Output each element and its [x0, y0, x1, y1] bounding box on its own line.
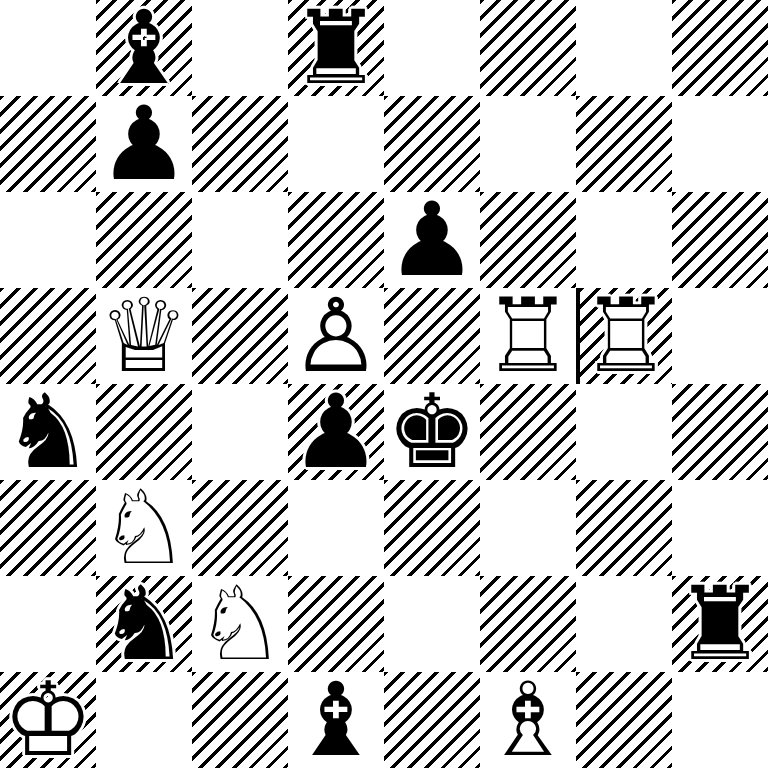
square-c1[interactable]: [192, 672, 288, 768]
square-h2[interactable]: ♜♜: [672, 576, 768, 672]
piece-black-rook[interactable]: ♜♜: [288, 0, 384, 96]
piece-black-rook[interactable]: ♜♜: [672, 576, 768, 672]
square-e8[interactable]: [384, 0, 480, 96]
square-b4[interactable]: [96, 384, 192, 480]
square-g6[interactable]: [576, 192, 672, 288]
square-b6[interactable]: [96, 192, 192, 288]
square-e5[interactable]: [384, 288, 480, 384]
square-b2[interactable]: ♞♞: [96, 576, 192, 672]
piece-black-knight[interactable]: ♞♞: [0, 384, 96, 480]
piece-glyph: ♜: [672, 576, 768, 672]
square-h8[interactable]: [672, 0, 768, 96]
square-f2[interactable]: [480, 576, 576, 672]
square-h7[interactable]: [672, 96, 768, 192]
square-a1[interactable]: ♚♔: [0, 672, 96, 768]
piece-white-knight[interactable]: ♞♘: [192, 576, 288, 672]
piece-glyph: ♝: [96, 0, 192, 96]
square-d5[interactable]: ♟♙: [288, 288, 384, 384]
piece-white-rook[interactable]: ♜♖: [580, 288, 672, 384]
square-b1[interactable]: [96, 672, 192, 768]
square-c7[interactable]: [192, 96, 288, 192]
square-e2[interactable]: [384, 576, 480, 672]
square-g1[interactable]: [576, 672, 672, 768]
square-c6[interactable]: [192, 192, 288, 288]
square-c3[interactable]: [192, 480, 288, 576]
square-f7[interactable]: [480, 96, 576, 192]
piece-glyph: ♗: [480, 672, 576, 768]
piece-white-pawn[interactable]: ♟♙: [288, 288, 384, 384]
square-h4[interactable]: [672, 384, 768, 480]
piece-glyph: ♟: [96, 96, 192, 192]
piece-white-queen[interactable]: ♛♕: [96, 288, 192, 384]
piece-black-bishop[interactable]: ♝♝: [96, 0, 192, 96]
square-d7[interactable]: [288, 96, 384, 192]
piece-white-knight[interactable]: ♞♘: [96, 480, 192, 576]
square-g7[interactable]: [576, 96, 672, 192]
square-a5[interactable]: [0, 288, 96, 384]
square-e4[interactable]: ♚♚: [384, 384, 480, 480]
square-d1[interactable]: ♝♝: [288, 672, 384, 768]
piece-glyph: ♕: [96, 288, 192, 384]
piece-glyph: ♜: [288, 0, 384, 96]
square-d4[interactable]: ♟♟: [288, 384, 384, 480]
square-e6[interactable]: ♟♟: [384, 192, 480, 288]
piece-white-bishop[interactable]: ♝♗: [480, 672, 576, 768]
square-a3[interactable]: [0, 480, 96, 576]
piece-glyph: ♔: [0, 672, 96, 768]
piece-glyph: ♙: [288, 288, 384, 384]
square-h3[interactable]: [672, 480, 768, 576]
piece-glyph: ♘: [96, 480, 192, 576]
square-e3[interactable]: [384, 480, 480, 576]
piece-glyph: ♚: [384, 384, 480, 480]
square-b8[interactable]: ♝♝: [96, 0, 192, 96]
square-e1[interactable]: [384, 672, 480, 768]
square-d6[interactable]: [288, 192, 384, 288]
square-h5[interactable]: [672, 288, 768, 384]
square-h1[interactable]: [672, 672, 768, 768]
square-c5[interactable]: [192, 288, 288, 384]
square-f4[interactable]: [480, 384, 576, 480]
piece-black-pawn[interactable]: ♟♟: [384, 192, 480, 288]
square-a7[interactable]: [0, 96, 96, 192]
square-g3[interactable]: [576, 480, 672, 576]
chess-board: ♝♝♜♜♟♟♟♟♛♕♟♙♜♖♜♖♞♞♟♟♚♚♞♘♞♞♞♘♜♜♚♔♝♝♝♗: [0, 0, 768, 768]
square-d2[interactable]: [288, 576, 384, 672]
piece-glyph: ♖: [480, 288, 576, 384]
square-a8[interactable]: [0, 0, 96, 96]
square-g4[interactable]: [576, 384, 672, 480]
square-g2[interactable]: [576, 576, 672, 672]
square-d8[interactable]: ♜♜: [288, 0, 384, 96]
square-b3[interactable]: ♞♘: [96, 480, 192, 576]
piece-white-rook[interactable]: ♜♖: [480, 288, 576, 384]
square-g5[interactable]: ♜♖: [576, 288, 672, 384]
square-a4[interactable]: ♞♞: [0, 384, 96, 480]
piece-black-bishop[interactable]: ♝♝: [288, 672, 384, 768]
piece-white-king[interactable]: ♚♔: [0, 672, 96, 768]
square-b7[interactable]: ♟♟: [96, 96, 192, 192]
piece-black-king[interactable]: ♚♚: [384, 384, 480, 480]
square-f6[interactable]: [480, 192, 576, 288]
square-f5[interactable]: ♜♖: [480, 288, 576, 384]
square-g8[interactable]: [576, 0, 672, 96]
square-d3[interactable]: [288, 480, 384, 576]
piece-glyph: ♟: [384, 192, 480, 288]
square-e7[interactable]: [384, 96, 480, 192]
piece-black-pawn[interactable]: ♟♟: [96, 96, 192, 192]
square-f8[interactable]: [480, 0, 576, 96]
piece-glyph: ♟: [288, 384, 384, 480]
square-c8[interactable]: [192, 0, 288, 96]
piece-glyph: ♖: [580, 288, 672, 384]
square-b5[interactable]: ♛♕: [96, 288, 192, 384]
square-c2[interactable]: ♞♘: [192, 576, 288, 672]
square-f3[interactable]: [480, 480, 576, 576]
piece-glyph: ♞: [96, 576, 192, 672]
piece-glyph: ♞: [0, 384, 96, 480]
piece-glyph: ♘: [192, 576, 288, 672]
piece-black-knight[interactable]: ♞♞: [96, 576, 192, 672]
square-f1[interactable]: ♝♗: [480, 672, 576, 768]
piece-black-pawn[interactable]: ♟♟: [288, 384, 384, 480]
square-a6[interactable]: [0, 192, 96, 288]
square-h6[interactable]: [672, 192, 768, 288]
square-a2[interactable]: [0, 576, 96, 672]
piece-glyph: ♝: [288, 672, 384, 768]
square-c4[interactable]: [192, 384, 288, 480]
